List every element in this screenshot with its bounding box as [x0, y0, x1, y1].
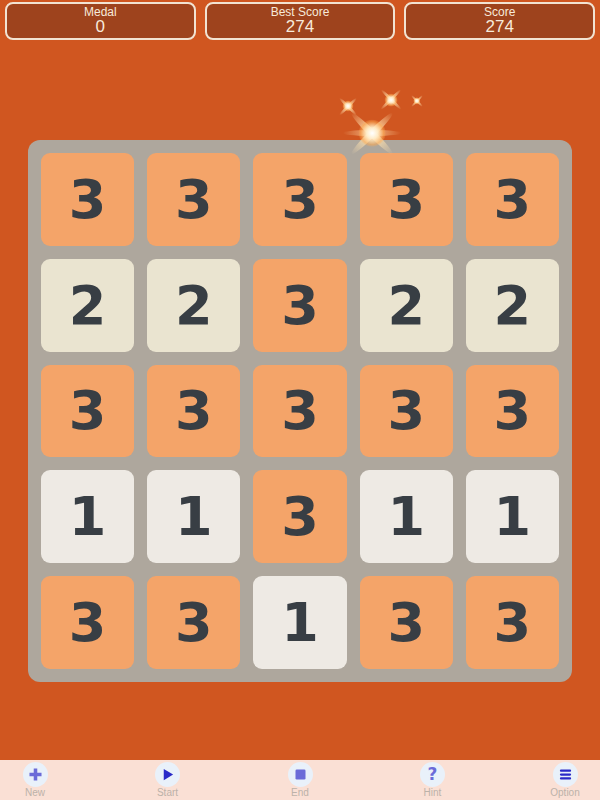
sparkle-icon [377, 86, 405, 114]
hint-button-label: Hint [424, 788, 442, 798]
option-button[interactable]: Option [542, 762, 588, 798]
hint-button[interactable]: ? Hint [410, 762, 456, 798]
end-button[interactable]: End [277, 762, 323, 798]
new-button[interactable]: New [12, 762, 58, 798]
tile-r4c1[interactable]: 1 [41, 470, 134, 563]
tile-r1c4[interactable]: 3 [360, 153, 453, 246]
tile-r3c1[interactable]: 3 [41, 365, 134, 458]
play-icon [155, 762, 180, 787]
best-score-box: Best Score 274 [205, 2, 396, 40]
tile-r5c1[interactable]: 3 [41, 576, 134, 669]
tile-r4c3[interactable]: 3 [253, 470, 346, 563]
sparkle-icon [409, 93, 425, 109]
question-icon: ? [420, 762, 445, 787]
medal-value: 0 [96, 18, 105, 36]
tile-r1c5[interactable]: 3 [466, 153, 559, 246]
option-button-label: Option [550, 788, 579, 798]
start-button-label: Start [157, 788, 178, 798]
plus-icon [23, 762, 48, 787]
tile-r3c3[interactable]: 3 [253, 365, 346, 458]
tile-r1c1[interactable]: 3 [41, 153, 134, 246]
tile-r1c2[interactable]: 3 [147, 153, 240, 246]
tile-r2c5[interactable]: 2 [466, 259, 559, 352]
tile-r3c5[interactable]: 3 [466, 365, 559, 458]
stop-icon [288, 762, 313, 787]
score-header: Medal 0 Best Score 274 Score 274 [5, 2, 595, 40]
tile-r5c5[interactable]: 3 [466, 576, 559, 669]
tile-r3c4[interactable]: 3 [360, 365, 453, 458]
toolbar: New Start End ? Hint Option [0, 760, 600, 800]
tile-r5c2[interactable]: 3 [147, 576, 240, 669]
best-score-value: 274 [286, 18, 314, 36]
tile-r1c3[interactable]: 3 [253, 153, 346, 246]
tile-r2c2[interactable]: 2 [147, 259, 240, 352]
end-button-label: End [291, 788, 309, 798]
tile-r2c1[interactable]: 2 [41, 259, 134, 352]
tile-r4c5[interactable]: 1 [466, 470, 559, 563]
menu-icon [553, 762, 578, 787]
tile-r3c2[interactable]: 3 [147, 365, 240, 458]
score-value: 274 [485, 18, 513, 36]
tile-r2c4[interactable]: 2 [360, 259, 453, 352]
tile-r5c4[interactable]: 3 [360, 576, 453, 669]
tile-r2c3[interactable]: 3 [253, 259, 346, 352]
tile-r5c3[interactable]: 1 [253, 576, 346, 669]
board[interactable]: 3333322322333331131133133 [28, 140, 572, 682]
tile-r4c4[interactable]: 1 [360, 470, 453, 563]
sparkle-icon [336, 94, 360, 118]
medal-box: Medal 0 [5, 2, 196, 40]
tile-r4c2[interactable]: 1 [147, 470, 240, 563]
score-box: Score 274 [404, 2, 595, 40]
new-button-label: New [25, 788, 45, 798]
start-button[interactable]: Start [145, 762, 191, 798]
